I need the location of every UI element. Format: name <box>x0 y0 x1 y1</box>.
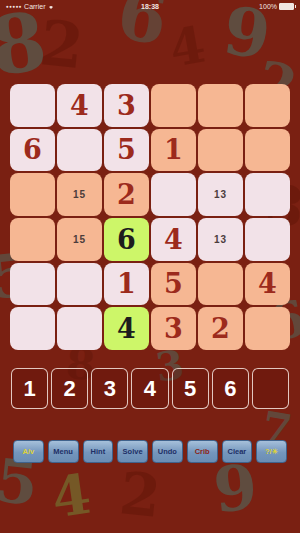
pencil-marks: 15 <box>73 234 86 245</box>
board-cell-r3c2[interactable]: 15 <box>57 173 102 216</box>
sudoku-board: 4365115213156413154432 <box>10 84 290 350</box>
board-cell-r3c3[interactable]: 2 <box>104 173 149 216</box>
cell-value: 4 <box>117 313 136 344</box>
board-cell-r5c4[interactable]: 5 <box>151 263 196 306</box>
board-cell-r5c1[interactable] <box>10 263 55 306</box>
app-screen: 8269425368354297 ●●●●● Carrier 18:38 100… <box>0 0 300 533</box>
board-cell-r4c3[interactable]: 6 <box>104 218 149 261</box>
background-numeral: 4 <box>48 466 94 526</box>
board-cell-r6c4[interactable]: 3 <box>151 307 196 350</box>
board-cell-r2c5[interactable] <box>198 129 243 172</box>
board-cell-r1c6[interactable] <box>245 84 290 127</box>
battery-icon <box>279 3 294 10</box>
cell-value: 6 <box>23 134 42 165</box>
cell-value: 3 <box>117 90 136 121</box>
board-cell-r6c6[interactable] <box>245 307 290 350</box>
board-cell-r1c3[interactable]: 3 <box>104 84 149 127</box>
board-cell-r3c4[interactable] <box>151 173 196 216</box>
wifi-icon <box>47 3 55 10</box>
board-cell-r6c2[interactable] <box>57 307 102 350</box>
toolbar-button-clear[interactable]: Clear <box>222 440 253 463</box>
numpad-key-1[interactable]: 1 <box>11 368 48 409</box>
background-numeral: 2 <box>117 464 163 526</box>
cell-value: 4 <box>70 90 89 121</box>
toolbar-button-menu[interactable]: Menu <box>48 440 79 463</box>
pencil-marks: 15 <box>73 189 86 200</box>
board-cell-r4c6[interactable] <box>245 218 290 261</box>
toolbar: A/vMenuHintSolveUndoCribClear?/☀ <box>13 440 287 463</box>
board-cell-r2c3[interactable]: 5 <box>104 129 149 172</box>
battery-status: 100% <box>259 3 294 10</box>
cell-value: 1 <box>117 268 136 299</box>
board-cell-r2c4[interactable]: 1 <box>151 129 196 172</box>
board-cell-r5c6[interactable]: 4 <box>245 263 290 306</box>
signal-dots-icon: ●●●●● <box>6 4 22 9</box>
background-numeral: 8 <box>0 1 51 88</box>
board-cell-r1c1[interactable] <box>10 84 55 127</box>
toolbar-button-crib[interactable]: Crib <box>187 440 218 463</box>
board-cell-r5c3[interactable]: 1 <box>104 263 149 306</box>
board-cell-r2c1[interactable]: 6 <box>10 129 55 172</box>
background-numeral: 9 <box>211 456 260 522</box>
board-cell-r2c2[interactable] <box>57 129 102 172</box>
board-cell-r6c1[interactable] <box>10 307 55 350</box>
battery-percent: 100% <box>259 3 277 10</box>
board-cell-r3c6[interactable] <box>245 173 290 216</box>
cell-value: 4 <box>164 224 183 255</box>
toolbar-button-misc[interactable]: ?/☀ <box>256 440 287 463</box>
carrier-label: Carrier <box>24 3 45 10</box>
cell-value: 6 <box>117 224 136 255</box>
numpad-key-2[interactable]: 2 <box>51 368 88 409</box>
board-cell-r3c1[interactable] <box>10 173 55 216</box>
clock: 18:38 <box>141 3 159 10</box>
background-numeral: 4 <box>166 19 209 74</box>
board-cell-r5c2[interactable] <box>57 263 102 306</box>
cell-value: 1 <box>164 134 183 165</box>
cell-value: 4 <box>258 268 277 299</box>
board-cell-r4c5[interactable]: 13 <box>198 218 243 261</box>
board-cell-r5c5[interactable] <box>198 263 243 306</box>
numpad-key-3[interactable]: 3 <box>91 368 128 409</box>
board-cell-r1c5[interactable] <box>198 84 243 127</box>
numpad-key-6[interactable]: 6 <box>212 368 249 409</box>
cell-value: 2 <box>117 179 136 210</box>
board-cell-r3c5[interactable]: 13 <box>198 173 243 216</box>
board-cell-r6c3[interactable]: 4 <box>104 307 149 350</box>
numpad-key-blank[interactable] <box>252 368 289 409</box>
status-bar: ●●●●● Carrier 18:38 100% <box>0 0 300 12</box>
pencil-marks: 13 <box>214 189 227 200</box>
cell-value: 5 <box>164 268 183 299</box>
carrier-signal: ●●●●● Carrier <box>6 3 55 10</box>
board-cell-r4c2[interactable]: 15 <box>57 218 102 261</box>
background-numeral: 2 <box>37 12 86 78</box>
numpad-key-4[interactable]: 4 <box>131 368 168 409</box>
board-cell-r1c2[interactable]: 4 <box>57 84 102 127</box>
board-cell-r1c4[interactable] <box>151 84 196 127</box>
board-cell-r6c5[interactable]: 2 <box>198 307 243 350</box>
toolbar-button-hint[interactable]: Hint <box>83 440 114 463</box>
toolbar-button-undo[interactable]: Undo <box>152 440 183 463</box>
cell-value: 5 <box>117 134 136 165</box>
pencil-marks: 13 <box>214 234 227 245</box>
toolbar-button-av[interactable]: A/v <box>13 440 44 463</box>
board-cell-r2c6[interactable] <box>245 129 290 172</box>
cell-value: 3 <box>164 313 183 344</box>
numpad-key-5[interactable]: 5 <box>172 368 209 409</box>
cell-value: 2 <box>211 313 230 344</box>
number-pad: 123456 <box>11 368 289 409</box>
board-cell-r4c4[interactable]: 4 <box>151 218 196 261</box>
toolbar-button-solve[interactable]: Solve <box>117 440 148 463</box>
board-cell-r4c1[interactable] <box>10 218 55 261</box>
